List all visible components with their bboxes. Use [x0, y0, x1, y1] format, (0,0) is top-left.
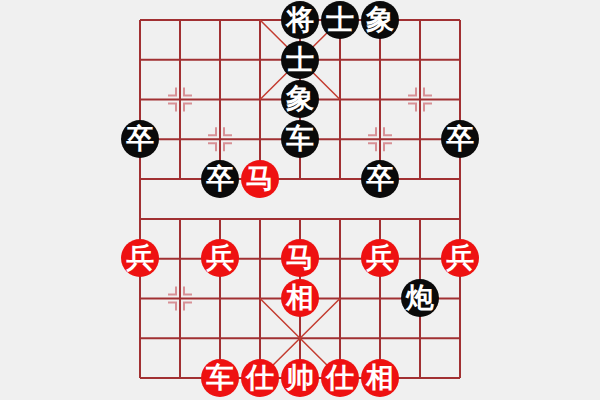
piece-red-advisor[interactable]: 仕 [321, 359, 359, 397]
piece-black-chariot[interactable]: 车 [281, 120, 319, 158]
piece-black-cannon[interactable]: 炮 [401, 279, 439, 317]
piece-red-soldier[interactable]: 兵 [361, 239, 399, 277]
xiangqi-board: 将士象士象卒车卒卒马卒兵兵马兵兵相炮车仕帅仕相 [0, 0, 600, 400]
piece-red-soldier[interactable]: 兵 [441, 239, 479, 277]
piece-black-soldier[interactable]: 卒 [201, 160, 239, 198]
piece-red-advisor[interactable]: 仕 [241, 359, 279, 397]
piece-black-advisor[interactable]: 士 [281, 41, 319, 79]
piece-red-elephant[interactable]: 相 [361, 359, 399, 397]
piece-red-soldier[interactable]: 兵 [201, 239, 239, 277]
piece-red-elephant[interactable]: 相 [281, 279, 319, 317]
piece-black-advisor[interactable]: 士 [321, 1, 359, 39]
piece-red-soldier[interactable]: 兵 [121, 239, 159, 277]
piece-black-general[interactable]: 将 [281, 1, 319, 39]
piece-black-soldier[interactable]: 卒 [121, 120, 159, 158]
piece-red-horse[interactable]: 马 [241, 160, 279, 198]
piece-black-elephant[interactable]: 象 [281, 80, 319, 118]
piece-black-soldier[interactable]: 卒 [441, 120, 479, 158]
piece-red-chariot[interactable]: 车 [201, 359, 239, 397]
pieces-layer[interactable]: 将士象士象卒车卒卒马卒兵兵马兵兵相炮车仕帅仕相 [120, 0, 480, 398]
piece-black-elephant[interactable]: 象 [361, 1, 399, 39]
piece-red-general[interactable]: 帅 [281, 359, 319, 397]
piece-black-soldier[interactable]: 卒 [361, 160, 399, 198]
piece-red-horse[interactable]: 马 [281, 239, 319, 277]
